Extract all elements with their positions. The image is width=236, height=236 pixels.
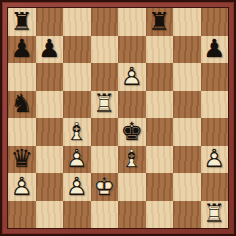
black-king-glyph-fill: ♚ <box>121 118 143 143</box>
square-c3[interactable]: ♟♙ <box>63 146 91 174</box>
black-pawn-piece[interactable]: ♟ <box>8 36 36 64</box>
white-king-piece[interactable]: ♚♔ <box>91 173 119 201</box>
square-e5[interactable] <box>118 91 146 119</box>
square-c4[interactable]: ♝♗ <box>63 118 91 146</box>
square-f2[interactable] <box>146 173 174 201</box>
square-f3[interactable] <box>146 146 174 174</box>
square-g1[interactable] <box>173 201 201 229</box>
black-rook-glyph-fill: ♜ <box>148 8 170 33</box>
black-pawn-glyph-fill: ♟ <box>11 36 33 61</box>
square-a7[interactable]: ♟ <box>8 36 36 64</box>
square-d4[interactable] <box>91 118 119 146</box>
white-pawn-glyph-outline: ♙ <box>66 146 88 171</box>
square-e6[interactable]: ♟♙ <box>118 63 146 91</box>
white-pawn-piece[interactable]: ♟♙ <box>63 173 91 201</box>
square-b7[interactable]: ♟ <box>36 36 64 64</box>
square-d6[interactable] <box>91 63 119 91</box>
white-rook-glyph-outline: ♖ <box>203 201 225 226</box>
square-f5[interactable] <box>146 91 174 119</box>
black-pawn-glyph-fill: ♟ <box>203 36 225 61</box>
square-a8[interactable]: ♜ <box>8 8 36 36</box>
square-c6[interactable] <box>63 63 91 91</box>
square-c7[interactable] <box>63 36 91 64</box>
black-knight-piece[interactable]: ♞ <box>8 91 36 119</box>
square-a3[interactable]: ♛ <box>8 146 36 174</box>
white-pawn-glyph-outline: ♙ <box>66 173 88 198</box>
square-e2[interactable] <box>118 173 146 201</box>
square-b2[interactable] <box>36 173 64 201</box>
square-e8[interactable] <box>118 8 146 36</box>
white-pawn-piece[interactable]: ♟♙ <box>8 173 36 201</box>
square-g7[interactable] <box>173 36 201 64</box>
square-d5[interactable]: ♜♖ <box>91 91 119 119</box>
square-h3[interactable]: ♟♙ <box>201 146 229 174</box>
square-f7[interactable] <box>146 36 174 64</box>
square-e4[interactable]: ♚ <box>118 118 146 146</box>
black-pawn-piece[interactable]: ♟ <box>201 36 229 64</box>
black-knight-glyph-fill: ♞ <box>11 91 33 116</box>
black-pawn-glyph-fill: ♟ <box>38 36 60 61</box>
square-h8[interactable] <box>201 8 229 36</box>
square-g2[interactable] <box>173 173 201 201</box>
square-h6[interactable] <box>201 63 229 91</box>
square-c2[interactable]: ♟♙ <box>63 173 91 201</box>
square-h2[interactable] <box>201 173 229 201</box>
white-rook-glyph-outline: ♖ <box>93 91 115 116</box>
square-e1[interactable] <box>118 201 146 229</box>
square-d8[interactable] <box>91 8 119 36</box>
white-rook-piece[interactable]: ♜♖ <box>91 91 119 119</box>
white-bishop-glyph-outline: ♗ <box>121 146 143 171</box>
square-b3[interactable] <box>36 146 64 174</box>
square-f4[interactable] <box>146 118 174 146</box>
black-queen-glyph-fill: ♛ <box>11 146 33 171</box>
square-a4[interactable] <box>8 118 36 146</box>
black-rook-piece[interactable]: ♜ <box>146 8 174 36</box>
square-h5[interactable] <box>201 91 229 119</box>
square-e7[interactable] <box>118 36 146 64</box>
square-d1[interactable] <box>91 201 119 229</box>
square-a5[interactable]: ♞ <box>8 91 36 119</box>
white-bishop-glyph-outline: ♗ <box>66 118 88 143</box>
black-pawn-piece[interactable]: ♟ <box>36 36 64 64</box>
white-bishop-piece[interactable]: ♝♗ <box>118 146 146 174</box>
square-a1[interactable] <box>8 201 36 229</box>
square-a6[interactable] <box>8 63 36 91</box>
board-frame: ♜♜♟♟♟♟♙♞♜♖♝♗♚♛♟♙♝♗♟♙♟♙♟♙♚♔♜♖ <box>0 0 236 236</box>
square-c5[interactable] <box>63 91 91 119</box>
black-rook-glyph-fill: ♜ <box>11 8 33 33</box>
square-f8[interactable]: ♜ <box>146 8 174 36</box>
white-rook-piece[interactable]: ♜♖ <box>201 201 229 229</box>
square-a2[interactable]: ♟♙ <box>8 173 36 201</box>
square-g8[interactable] <box>173 8 201 36</box>
square-b8[interactable] <box>36 8 64 36</box>
white-pawn-piece[interactable]: ♟♙ <box>201 146 229 174</box>
white-bishop-piece[interactable]: ♝♗ <box>63 118 91 146</box>
square-f6[interactable] <box>146 63 174 91</box>
black-king-piece[interactable]: ♚ <box>118 118 146 146</box>
white-pawn-glyph-outline: ♙ <box>203 146 225 171</box>
square-h7[interactable]: ♟ <box>201 36 229 64</box>
white-pawn-piece[interactable]: ♟♙ <box>118 63 146 91</box>
square-h1[interactable]: ♜♖ <box>201 201 229 229</box>
square-c8[interactable] <box>63 8 91 36</box>
black-rook-piece[interactable]: ♜ <box>8 8 36 36</box>
square-b6[interactable] <box>36 63 64 91</box>
square-g3[interactable] <box>173 146 201 174</box>
white-pawn-piece[interactable]: ♟♙ <box>63 146 91 174</box>
chess-board: ♜♜♟♟♟♟♙♞♜♖♝♗♚♛♟♙♝♗♟♙♟♙♟♙♚♔♜♖ <box>8 8 228 228</box>
square-e3[interactable]: ♝♗ <box>118 146 146 174</box>
square-b4[interactable] <box>36 118 64 146</box>
square-c1[interactable] <box>63 201 91 229</box>
square-d2[interactable]: ♚♔ <box>91 173 119 201</box>
square-d3[interactable] <box>91 146 119 174</box>
square-d7[interactable] <box>91 36 119 64</box>
square-h4[interactable] <box>201 118 229 146</box>
square-b1[interactable] <box>36 201 64 229</box>
square-f1[interactable] <box>146 201 174 229</box>
square-g6[interactable] <box>173 63 201 91</box>
white-pawn-glyph-outline: ♙ <box>11 173 33 198</box>
white-king-glyph-outline: ♔ <box>93 173 115 198</box>
white-pawn-glyph-outline: ♙ <box>121 63 143 88</box>
square-b5[interactable] <box>36 91 64 119</box>
black-queen-piece[interactable]: ♛ <box>8 146 36 174</box>
square-g4[interactable] <box>173 118 201 146</box>
square-g5[interactable] <box>173 91 201 119</box>
